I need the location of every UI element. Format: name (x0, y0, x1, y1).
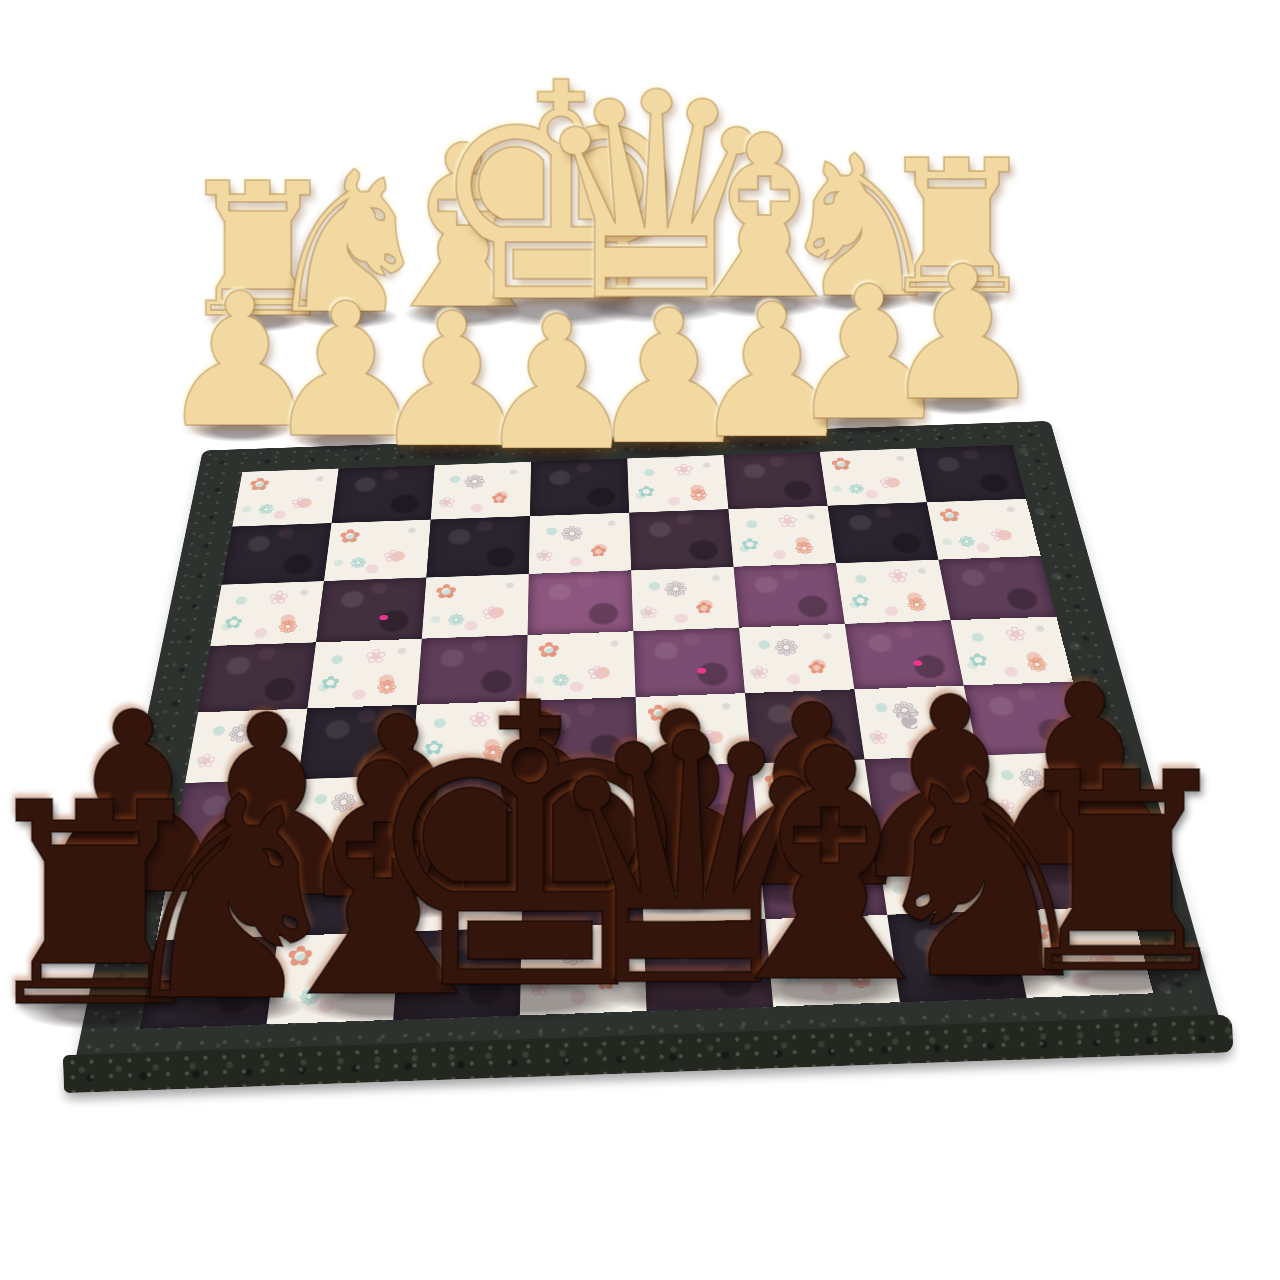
flower-doodle: ❁ (349, 555, 368, 570)
square-r3c8[interactable] (938, 556, 1056, 621)
flower-doodle: ❀ (267, 588, 291, 607)
flower-doodle: ❀ (437, 495, 456, 510)
flower-doodle: ❁ (957, 534, 977, 549)
flower-doodle: ❀ (382, 548, 403, 565)
flower-doodle: ❀ (639, 604, 659, 621)
product-photo-scene: ✿❀❁❁✿❀❀✿❁✿❀❁✿❀❁❁✿❀❀✿❁✿❀❁❀✿❁✿❀❁❁✿❀❀✿❁❀✿❁✿… (0, 0, 1280, 1280)
flower-doodle: ✿ (637, 484, 655, 499)
square-r2c1[interactable] (222, 523, 332, 584)
flower-doodle: ❀ (988, 526, 1011, 543)
black-rook[interactable]: ♜ (999, 738, 1246, 1013)
square-r2c6[interactable]: ❀✿❁ (728, 506, 836, 567)
flower-doodle: ❀ (776, 512, 799, 530)
paint-speck (379, 615, 388, 621)
flower-doodle: ❀ (289, 495, 310, 511)
flower-doodle: ❁ (663, 578, 688, 600)
square-r3c6[interactable] (734, 563, 845, 628)
flower-doodle: ❁ (560, 524, 583, 544)
flower-doodle: ✿ (850, 592, 871, 609)
flower-doodle: ✿ (695, 600, 714, 616)
square-r3c1[interactable]: ❀✿❁ (210, 581, 324, 646)
flower-doodle: ❀ (481, 603, 502, 621)
flower-doodle: ❁ (905, 596, 929, 614)
flower-doodle: ✿ (491, 491, 508, 505)
flower-doodle: ❁ (257, 502, 276, 516)
flower-doodle: ❀ (877, 475, 899, 491)
flower-doodle: ✿ (434, 581, 458, 601)
flower-doodle: ❁ (847, 482, 866, 496)
flower-doodle: ❀ (886, 566, 911, 585)
square-r2c7[interactable] (828, 502, 939, 563)
square-r3c7[interactable]: ❀✿❁ (836, 559, 951, 624)
flower-doodle: ❁ (277, 618, 300, 637)
square-r2c2[interactable]: ✿❀❁ (324, 519, 431, 580)
square-r2c8[interactable]: ✿❀❁ (927, 499, 1041, 560)
square-r2c4[interactable]: ❁✿❀ (529, 513, 631, 574)
flower-doodle: ✿ (740, 536, 760, 552)
square-r2c5[interactable] (629, 509, 733, 570)
flower-doodle: ✿ (223, 614, 245, 631)
flower-doodle: ❀ (535, 548, 553, 564)
flower-doodle: ❁ (689, 487, 709, 503)
flower-doodle: ✿ (338, 526, 362, 545)
white-pawn[interactable]: ♟ (880, 242, 1046, 427)
flower-doodle: ✿ (590, 544, 607, 559)
flower-doodle: ✿ (937, 505, 963, 524)
flower-doodle: ❁ (794, 540, 816, 557)
square-r2c3[interactable] (426, 516, 530, 577)
